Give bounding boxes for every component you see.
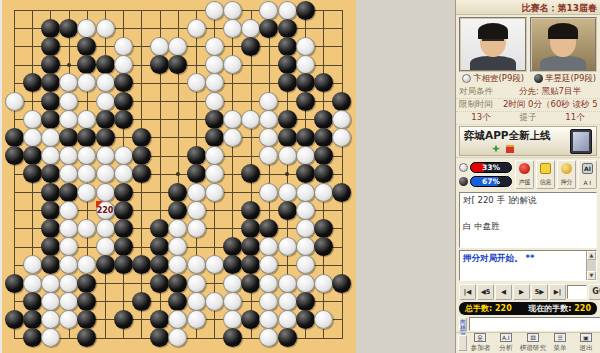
cheer-button[interactable]: 声援 [515,160,534,189]
white-stone [259,274,278,293]
menu-book-icon: ☰ [554,333,566,342]
white-stone [296,237,315,256]
black-stone [150,219,169,238]
white-stone [205,1,224,20]
white-stone [41,310,60,329]
black-stone [332,92,351,111]
black-stone [41,201,60,220]
black-stone [77,328,96,347]
black-player-photo [530,17,598,72]
white-stone [187,219,206,238]
white-stone [223,128,242,147]
white-stone [259,183,278,202]
player-names: 卞相壹(P9段) 芈昱廷(P9段) [456,72,600,86]
white-stone [205,255,224,274]
black-stone [114,183,133,202]
white-stone [187,183,206,202]
black-stone [96,110,115,129]
white-stone [187,201,206,220]
person-icon: 웃 [474,333,486,342]
go-button[interactable]: GO [588,284,600,300]
white-stone [41,146,60,165]
cheer-button-label: 声援 [519,178,531,186]
black-stone [168,274,187,293]
black-winrate-percent: 67% [471,177,511,187]
white-stone [41,328,60,347]
photo-body [470,56,516,72]
black-stone [132,146,151,165]
black-stone [114,73,133,92]
white-stone [205,292,224,311]
white-stone [223,292,242,311]
white-stone [205,55,224,74]
black-stone [223,328,242,347]
black-stone [296,1,315,20]
commentary-line1: 对[ 220 手 ]的解说 [463,195,593,207]
white-stone [168,328,187,347]
black-stone [314,146,333,165]
research-icon: ⚄ [527,333,539,342]
exit-icon: ▣ [580,333,592,342]
white-stone [59,292,78,311]
white-stone [77,110,96,129]
move-navigation: |◀ ◀5 ◀ ▶ 5▶ ▶| GO [456,282,600,303]
photo-glasses [482,39,504,44]
white-stone [96,237,115,256]
black-stone [5,128,24,147]
black-stone-icon [459,177,468,186]
white-stone [96,219,115,238]
black-stone [241,201,260,220]
chat-input[interactable] [469,317,600,331]
app-promo-banner[interactable]: 弈城APP全新上线 [459,126,597,156]
star-point [176,172,180,176]
black-stone [23,292,42,311]
analysis-label: 分析 [499,343,512,353]
white-stone [23,128,42,147]
black-stone [114,237,133,256]
black-stone [114,219,133,238]
gift-icon [506,145,514,153]
white-stone [278,310,297,329]
commentary-box: 对[ 220 手 ]的解说 白 中盘胜 [459,192,597,248]
black-stone-icon [534,74,543,83]
winrate-bars: 33% 67% [459,162,512,187]
black-stone [77,292,96,311]
app-window: 220 比赛名：第13届春 卞相壹(P9段) [0,0,600,353]
current-move: 现在的手数: 220 [528,303,591,314]
black-stone [241,274,260,293]
white-stone [205,92,224,111]
chat-message: 押分对局开始。 ** [463,253,534,263]
info-button-label: 信息 [540,178,552,186]
white-stone [296,55,315,74]
winrate-and-actions: 33% 67% 声援 信息 [456,157,600,192]
black-stone [296,92,315,111]
white-stone [5,92,24,111]
go-board[interactable]: 220 [0,0,356,353]
bottom-toolbar: 웃 参加者 A.I 分析 ⚄ 棋谱研究 ☰ 菜单 ▣ 退出 [456,332,600,353]
white-stone [187,292,206,311]
black-stone [41,37,60,56]
last-move-marker: 220 [96,201,115,220]
black-stone [114,110,133,129]
white-stone [259,110,278,129]
chat-target-button[interactable]: 向棋谱 [459,317,467,331]
match-title: 比赛名：第13届春 [456,0,600,15]
black-stone [23,310,42,329]
black-stone [241,219,260,238]
nav-forward-button[interactable]: ▶ [513,284,530,300]
conditions-label: 对局条件 [459,86,503,98]
white-stone [278,183,297,202]
nav-back5-button[interactable]: ◀5 [477,284,494,300]
white-stone [23,110,42,129]
white-stone [278,146,297,165]
white-stone [205,37,224,56]
exit-label: 退出 [579,343,592,353]
white-stone [314,183,333,202]
white-stone [296,201,315,220]
white-stone [96,73,115,92]
black-stone [296,292,315,311]
black-stone [168,183,187,202]
nav-first-button[interactable]: |◀ [459,284,476,300]
white-stone [23,255,42,274]
white-stone [77,183,96,202]
white-stone [59,92,78,111]
participants-button[interactable]: 웃 参加者 [468,333,493,353]
black-stone [5,310,24,329]
black-stone [278,328,297,347]
white-stone [314,310,333,329]
black-stone [23,328,42,347]
black-stone [168,201,187,220]
white-stone [296,274,315,293]
nav-back-button[interactable]: ◀ [495,284,512,300]
white-stone [332,128,351,147]
black-stone [5,274,24,293]
white-stone [59,274,78,293]
captures-row: 13个 提子 11个 [456,112,600,125]
white-stone [59,201,78,220]
black-stone [59,128,78,147]
white-stone [23,274,42,293]
black-stone [41,19,60,38]
white-stone [41,128,60,147]
black-captures-count: 11个 [553,112,597,124]
white-stone [259,328,278,347]
white-stone [205,183,224,202]
white-stone [259,1,278,20]
white-winrate-row: 33% [459,162,512,173]
black-stone [223,237,242,256]
white-stone [278,1,297,20]
black-stone [168,292,187,311]
black-stone [41,219,60,238]
white-stone [241,110,260,129]
bet-points-button-label: 押分 [561,178,573,186]
ai-button-label: A I [584,179,592,186]
black-stone [241,310,260,329]
black-stone [23,73,42,92]
scroll-up-icon[interactable]: ▲ [587,251,596,260]
black-stone [23,164,42,183]
black-stone [59,183,78,202]
black-stone [114,201,133,220]
panel-handle[interactable] [458,335,467,351]
black-stone [314,219,333,238]
white-player-row[interactable]: 卞相壹(P9段) [456,73,528,85]
white-stone [223,274,242,293]
black-stone [5,146,24,165]
white-stone [223,55,242,74]
black-stone [278,201,297,220]
black-stone [41,237,60,256]
white-stone [96,164,115,183]
white-stone [296,146,315,165]
white-stone-icon [462,74,471,83]
black-stone [150,310,169,329]
white-stone [59,219,78,238]
mail-icon [540,163,551,174]
white-stone [278,292,297,311]
chat-scrollbar[interactable]: ▲ ▼ [586,251,596,280]
black-stone [278,128,297,147]
captures-label: 提子 [520,112,537,124]
white-winrate-percent: 33% [471,163,511,173]
time-limit-row: 限制时间 2时间 0分（60秒 读秒 5番） [456,99,600,112]
black-stone [132,128,151,147]
white-stone [259,292,278,311]
white-stone [77,19,96,38]
black-stone [41,92,60,111]
black-player-row[interactable]: 芈昱廷(P9段) [528,73,600,85]
analysis-icon: A.I [500,333,512,342]
black-stone [205,110,224,129]
white-stone [223,19,242,38]
chat-input-row: 向棋谱 [456,315,600,332]
star-point [285,172,289,176]
white-stone [296,183,315,202]
black-stone [278,110,297,129]
research-button[interactable]: ⚄ 棋谱研究 [519,333,547,353]
white-stone [278,237,297,256]
black-stone [332,274,351,293]
time-limit-label: 限制时间 [459,99,503,111]
white-stone [223,1,242,20]
bet-points-button[interactable]: 押分 [557,160,576,189]
photo-hair [478,23,508,39]
white-stone [187,255,206,274]
white-stone [96,92,115,111]
white-stone [96,146,115,165]
white-captures-count: 13个 [459,112,503,124]
chat-box[interactable]: 押分对局开始。 ** ▲ ▼ [459,250,597,281]
black-stone [150,328,169,347]
black-player-name: 芈昱廷(P9段) [545,73,596,85]
menu-button[interactable]: ☰ 菜单 [548,333,573,353]
phone-icon [570,129,592,154]
white-stone [314,274,333,293]
white-player-name: 卞相壹(P9段) [473,73,524,85]
nav-forward5-button[interactable]: 5▶ [531,284,548,300]
black-stone [296,128,315,147]
game-sidebar: 比赛名：第13届春 卞相壹(P9段) [455,0,600,353]
black-stone [332,183,351,202]
white-stone [205,146,224,165]
white-stone [41,292,60,311]
menu-label: 菜单 [554,343,567,353]
black-stone [96,255,115,274]
white-stone [223,110,242,129]
player-photos [456,15,600,72]
white-stone [187,73,206,92]
white-stone [332,110,351,129]
black-stone [114,255,133,274]
exit-button[interactable]: ▣ 退出 [574,333,599,353]
white-stone [41,274,60,293]
black-stone [278,37,297,56]
scroll-down-icon[interactable]: ▼ [587,271,596,280]
research-label: 棋谱研究 [520,343,547,353]
black-stone [241,37,260,56]
white-stone [205,73,224,92]
black-stone [96,55,115,74]
black-winrate-bar: 67% [470,176,512,187]
photo-body [540,56,586,72]
white-stone [150,37,169,56]
star-point [67,63,71,67]
black-stone [41,183,60,202]
white-stone [59,310,78,329]
white-stone [296,219,315,238]
move-number-input[interactable] [567,285,587,299]
action-buttons: 声援 信息 押分 AI A I [515,160,597,189]
white-stone [223,310,242,329]
conditions-row: 对局条件 分先: 黑贴7目半 [456,86,600,99]
white-stone-icon [459,163,468,172]
rose-icon [519,163,530,174]
black-stone [278,55,297,74]
white-stone [96,19,115,38]
white-stone [241,19,260,38]
white-stone [96,183,115,202]
black-stone [114,310,133,329]
photo-hair [548,23,578,39]
white-winrate-bar: 33% [470,162,512,173]
black-stone [41,110,60,129]
black-stone [59,19,78,38]
white-player-photo [459,17,527,72]
info-button[interactable]: 信息 [536,160,555,189]
black-stone [278,73,297,92]
ai-chip-icon: AI [582,163,593,174]
black-stone [132,292,151,311]
black-stone [205,128,224,147]
black-stone [41,55,60,74]
white-stone [114,37,133,56]
white-stone [259,92,278,111]
conditions-value: 分先: 黑贴7目半 [503,86,597,98]
black-stone [314,237,333,256]
last-move-wedge [96,201,103,208]
white-stone [205,164,224,183]
white-stone [278,274,297,293]
black-stone [296,73,315,92]
black-stone [314,128,333,147]
white-stone [114,55,133,74]
white-stone [187,19,206,38]
white-stone [59,110,78,129]
time-limit-value: 2时间 0分（60秒 读秒 5番） [503,99,597,111]
black-stone [187,164,206,183]
nav-last-button[interactable]: ▶| [549,284,566,300]
black-stone [96,128,115,147]
black-stone [114,92,133,111]
ai-button[interactable]: AI A I [578,160,597,189]
black-stone [77,274,96,293]
white-stone [114,164,133,183]
black-stone [259,19,278,38]
black-stone [150,274,169,293]
black-stone [278,19,297,38]
black-stone [296,164,315,183]
black-stone [314,110,333,129]
black-winrate-row: 67% [459,176,512,187]
white-stone [187,310,206,329]
black-stone [23,146,42,165]
white-stone [114,146,133,165]
white-stone [296,255,315,274]
commentary-line2: 白 中盘胜 [463,221,593,233]
coins-icon [561,163,572,174]
white-stone [296,37,315,56]
move-status-bar: 总手数: 220 现在的手数: 220 [459,302,597,315]
white-stone [187,274,206,293]
analysis-button[interactable]: A.I 分析 [494,333,519,353]
participants-label: 参加者 [470,343,490,353]
black-stone [187,146,206,165]
sparkle-icon [492,145,500,153]
black-stone [296,310,315,329]
total-moves: 总手数: 220 [465,303,512,314]
